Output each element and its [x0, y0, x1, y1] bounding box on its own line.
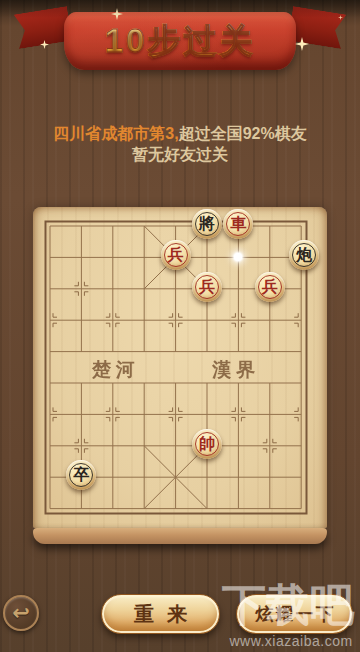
result-stats: 四川省成都市第3,超过全国92%棋友 暂无好友过关 [0, 123, 360, 165]
level-banner: 10步过关 [0, 0, 360, 86]
piece-glyph: 炮 [296, 247, 312, 263]
friends-status: 暂无好友过关 [0, 144, 360, 165]
board-edge [33, 528, 327, 544]
piece-glyph: 帥 [199, 436, 215, 452]
rank-rest: 超过全国92%棋友 [179, 125, 307, 142]
piece-glyph: 將 [199, 216, 215, 232]
river-left-label: 楚河 [71, 357, 161, 383]
piece-glyph: 卒 [73, 467, 89, 483]
piece-black-general[interactable]: 將 [192, 209, 222, 239]
game-screen: 10步过关 四川省成都市第3,超过全国92%棋友 暂无好友过关 楚河 漢界 將車… [0, 0, 360, 652]
piece-glyph: 兵 [262, 279, 278, 295]
river-label: 楚河 漢界 [33, 357, 327, 381]
watermark-url: www.xiazaiba.com [222, 633, 360, 649]
piece-red-soldier-1[interactable]: 兵 [161, 240, 191, 270]
piece-glyph: 兵 [168, 247, 184, 263]
xiangqi-board: 楚河 漢界 將車兵炮兵兵帥卒 [33, 207, 327, 528]
river-right-label: 漢界 [191, 357, 281, 383]
rank-line: 四川省成都市第3,超过全国92%棋友 [0, 123, 360, 144]
ribbon-banner: 10步过关 [64, 12, 296, 70]
restart-button[interactable]: 重来 [101, 594, 220, 634]
undo-button[interactable]: ↩ [3, 595, 39, 631]
undo-icon: ↩ [12, 603, 30, 624]
brag-button[interactable]: 炫耀一下 [236, 594, 353, 634]
piece-red-soldier-3[interactable]: 兵 [255, 272, 285, 302]
ribbon-tail-right-icon [288, 6, 347, 49]
piece-red-general[interactable]: 帥 [192, 429, 222, 459]
piece-glyph: 車 [230, 216, 246, 232]
piece-glyph: 兵 [199, 279, 215, 295]
piece-red-soldier-2[interactable]: 兵 [192, 272, 222, 302]
banner-title: 10步过关 [105, 19, 256, 64]
rank-highlight: 四川省成都市第3, [53, 125, 178, 142]
